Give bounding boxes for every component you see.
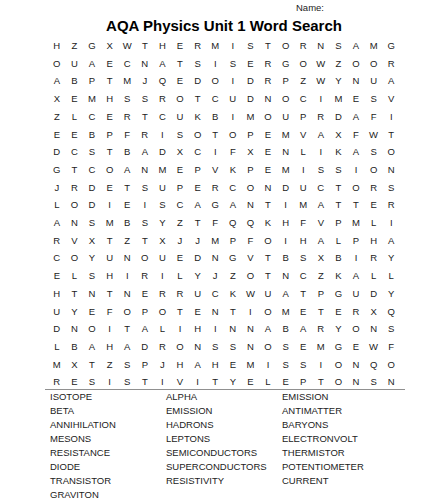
- grid-cell-r14c12: O: [242, 267, 260, 285]
- grid-cell-r2c5: C: [118, 55, 136, 73]
- grid-cell-r4c18: E: [347, 90, 365, 108]
- grid-cell-r1c10: M: [206, 37, 224, 55]
- grid-cell-r4c11: U: [224, 90, 242, 108]
- word-list-column-1: ISOTOPEBETAANNIHILATIONMESONSRESISTANCED…: [50, 390, 116, 500]
- grid-cell-r8c20: N: [382, 161, 400, 179]
- grid-cell-r2c13: R: [259, 55, 277, 73]
- grid-cell-r19c16: I: [312, 356, 330, 374]
- grid-cell-r18c9: N: [189, 338, 207, 356]
- grid-cell-r14c13: T: [259, 267, 277, 285]
- grid-cell-r13c2: O: [66, 249, 84, 267]
- grid-cell-r19c9: A: [189, 356, 207, 374]
- word-list-column-3: EMISSIONANTIMATTERBARYONSELECTRONVOLTTHE…: [282, 390, 364, 488]
- grid-cell-r10c4: I: [101, 196, 119, 214]
- grid-cell-r9c14: D: [277, 179, 295, 197]
- grid-cell-r17c2: N: [66, 320, 84, 338]
- grid-cell-r4c19: S: [365, 90, 383, 108]
- grid-cell-r1c5: W: [118, 37, 136, 55]
- grid-cell-r11c17: P: [330, 214, 348, 232]
- grid-cell-r3c11: I: [224, 72, 242, 90]
- name-label: Name:: [296, 2, 324, 13]
- word-list-item: ANTIMATTER: [282, 404, 364, 418]
- grid-cell-r8c14: M: [277, 161, 295, 179]
- grid-cell-r13c14: B: [277, 249, 295, 267]
- grid-cell-r19c11: E: [224, 356, 242, 374]
- grid-cell-r5c15: P: [294, 108, 312, 126]
- grid-cell-r15c10: C: [206, 285, 224, 303]
- grid-cell-r7c16: I: [312, 143, 330, 161]
- grid-cell-r7c15: L: [294, 143, 312, 161]
- grid-cell-r15c16: P: [312, 285, 330, 303]
- grid-cell-r14c3: S: [83, 267, 101, 285]
- grid-cell-r10c18: T: [347, 196, 365, 214]
- grid-cell-r3c20: A: [382, 72, 400, 90]
- grid-cell-r9c11: C: [224, 179, 242, 197]
- grid-cell-r4c1: X: [48, 90, 66, 108]
- grid-cell-r11c7: Y: [154, 214, 172, 232]
- grid-cell-r8c15: I: [294, 161, 312, 179]
- grid-cell-r12c20: A: [382, 232, 400, 250]
- grid-cell-r2c10: I: [206, 55, 224, 73]
- word-list-item: LEPTONS: [166, 432, 267, 446]
- grid-cell-r4c4: H: [101, 90, 119, 108]
- grid-cell-r16c1: U: [48, 303, 66, 321]
- grid-cell-r4c16: I: [312, 90, 330, 108]
- grid-cell-r14c15: C: [294, 267, 312, 285]
- grid-cell-r4c8: O: [171, 90, 189, 108]
- grid-cell-r17c10: I: [206, 320, 224, 338]
- grid-cell-r5c9: K: [189, 108, 207, 126]
- grid-cell-r8c11: K: [224, 161, 242, 179]
- grid-cell-r4c6: S: [136, 90, 154, 108]
- grid-cell-r15c8: R: [171, 285, 189, 303]
- grid-cell-r4c12: D: [242, 90, 260, 108]
- grid-cell-r2c19: O: [365, 55, 383, 73]
- grid-cell-r3c18: N: [347, 72, 365, 90]
- grid-cell-r3c16: W: [312, 72, 330, 90]
- grid-cell-r6c8: S: [171, 126, 189, 144]
- word-search-worksheet: Name: AQA Physics Unit 1 Word Search HZG…: [0, 0, 448, 500]
- grid-cell-r6c6: R: [136, 126, 154, 144]
- grid-cell-r13c10: N: [206, 249, 224, 267]
- grid-cell-r11c4: M: [101, 214, 119, 232]
- grid-cell-r12c4: T: [101, 232, 119, 250]
- grid-cell-r17c20: S: [382, 320, 400, 338]
- grid-cell-r2c12: E: [242, 55, 260, 73]
- grid-cell-r8c3: C: [83, 161, 101, 179]
- grid-cell-r19c5: S: [118, 356, 136, 374]
- grid-cell-r11c14: H: [277, 214, 295, 232]
- grid-cell-r16c3: E: [83, 303, 101, 321]
- grid-cell-r17c12: N: [242, 320, 260, 338]
- grid-cell-r2c7: A: [154, 55, 172, 73]
- grid-cell-r6c4: P: [101, 126, 119, 144]
- grid-cell-r18c14: S: [277, 338, 295, 356]
- word-list-item: HADRONS: [166, 418, 267, 432]
- grid-cell-r8c7: M: [154, 161, 172, 179]
- grid-cell-r10c10: G: [206, 196, 224, 214]
- grid-cell-r7c9: C: [189, 143, 207, 161]
- grid-cell-r5c16: R: [312, 108, 330, 126]
- grid-cell-r6c2: E: [66, 126, 84, 144]
- grid-cell-r7c19: S: [365, 143, 383, 161]
- grid-cell-r13c4: U: [101, 249, 119, 267]
- grid-cell-r15c18: U: [347, 285, 365, 303]
- grid-cell-r12c13: O: [259, 232, 277, 250]
- grid-cell-r9c5: T: [118, 179, 136, 197]
- grid-cell-r17c14: B: [277, 320, 295, 338]
- grid-cell-r9c3: D: [83, 179, 101, 197]
- grid-cell-r12c16: A: [312, 232, 330, 250]
- grid-cell-r4c14: O: [277, 90, 295, 108]
- grid-cell-r4c5: S: [118, 90, 136, 108]
- grid-cell-r19c17: O: [330, 356, 348, 374]
- grid-cell-r13c3: Y: [83, 249, 101, 267]
- grid-cell-r2c3: A: [83, 55, 101, 73]
- grid-cell-r18c7: R: [154, 338, 172, 356]
- grid-cell-r13c12: V: [242, 249, 260, 267]
- grid-cell-r9c17: T: [330, 179, 348, 197]
- grid-cell-r16c10: N: [206, 303, 224, 321]
- grid-cell-r19c12: M: [242, 356, 260, 374]
- grid-cell-r14c18: A: [347, 267, 365, 285]
- grid-cell-r5c17: D: [330, 108, 348, 126]
- grid-cell-r16c15: E: [294, 303, 312, 321]
- grid-cell-r13c15: S: [294, 249, 312, 267]
- grid-cell-r8c2: T: [66, 161, 84, 179]
- grid-cell-r8c6: N: [136, 161, 154, 179]
- grid-cell-r18c16: M: [312, 338, 330, 356]
- grid-cell-r13c20: Y: [382, 249, 400, 267]
- grid-cell-r3c14: P: [277, 72, 295, 90]
- grid-cell-r4c3: M: [83, 90, 101, 108]
- grid-cell-r11c15: F: [294, 214, 312, 232]
- grid-cell-r6c16: A: [312, 126, 330, 144]
- grid-cell-r11c16: V: [312, 214, 330, 232]
- grid-cell-r1c1: H: [48, 37, 66, 55]
- grid-cell-r13c19: R: [365, 249, 383, 267]
- grid-cell-r19c3: T: [83, 356, 101, 374]
- grid-cell-r16c16: T: [312, 303, 330, 321]
- grid-cell-r7c7: D: [154, 143, 172, 161]
- grid-cell-r3c7: Q: [154, 72, 172, 90]
- grid-cell-r5c4: E: [101, 108, 119, 126]
- grid-cell-r14c7: I: [154, 267, 172, 285]
- grid-cell-r8c1: G: [48, 161, 66, 179]
- grid-cell-r3c10: O: [206, 72, 224, 90]
- word-list-item: SUPERCONDUCTORS: [166, 460, 267, 474]
- grid-cell-r9c10: R: [206, 179, 224, 197]
- grid-cell-r7c12: X: [242, 143, 260, 161]
- grid-cell-r18c5: A: [118, 338, 136, 356]
- grid-cell-r2c6: N: [136, 55, 154, 73]
- grid-cell-r13c7: U: [154, 249, 172, 267]
- grid-cell-r5c7: C: [154, 108, 172, 126]
- grid-cell-r10c12: N: [242, 196, 260, 214]
- grid-cell-r19c15: S: [294, 356, 312, 374]
- grid-cell-r19c8: H: [171, 356, 189, 374]
- grid-cell-r10c14: I: [277, 196, 295, 214]
- grid-cell-r2c2: U: [66, 55, 84, 73]
- grid-cell-r10c13: T: [259, 196, 277, 214]
- grid-cell-r1c6: T: [136, 37, 154, 55]
- grid-cell-r4c10: C: [206, 90, 224, 108]
- grid-cell-r5c5: R: [118, 108, 136, 126]
- word-list-item: RESISTANCE: [50, 446, 116, 460]
- grid-cell-r13c16: X: [312, 249, 330, 267]
- grid-cell-r15c20: Y: [382, 285, 400, 303]
- grid-cell-r1c7: H: [154, 37, 172, 55]
- grid-cell-r12c1: R: [48, 232, 66, 250]
- word-list-item: POTENTIOMETER: [282, 460, 364, 474]
- grid-cell-r3c12: D: [242, 72, 260, 90]
- grid-cell-r19c4: Z: [101, 356, 119, 374]
- grid-cell-r15c11: K: [224, 285, 242, 303]
- grid-cell-r17c15: A: [294, 320, 312, 338]
- grid-cell-r14c8: L: [171, 267, 189, 285]
- grid-cell-r16c19: X: [365, 303, 383, 321]
- grid-cell-r12c10: M: [206, 232, 224, 250]
- grid-cell-r9c2: R: [66, 179, 84, 197]
- grid-cell-r4c2: E: [66, 90, 84, 108]
- grid-cell-r12c11: P: [224, 232, 242, 250]
- grid-cell-r17c18: O: [347, 320, 365, 338]
- grid-cell-r9c15: U: [294, 179, 312, 197]
- grid-cell-r15c19: D: [365, 285, 383, 303]
- grid-cell-r18c3: A: [83, 338, 101, 356]
- grid-cell-r6c18: F: [347, 126, 365, 144]
- grid-cell-r15c13: U: [259, 285, 277, 303]
- grid-cell-r15c4: T: [101, 285, 119, 303]
- grid-cell-r1c2: Z: [66, 37, 84, 55]
- grid-cell-r2c11: S: [224, 55, 242, 73]
- grid-cell-r3c1: A: [48, 72, 66, 90]
- grid-cell-r2c14: G: [277, 55, 295, 73]
- grid-cell-r9c13: N: [259, 179, 277, 197]
- grid-cell-r6c14: M: [277, 126, 295, 144]
- grid-cell-r1c12: S: [242, 37, 260, 55]
- grid-cell-r8c8: E: [171, 161, 189, 179]
- grid-cell-r8c18: I: [347, 161, 365, 179]
- grid-cell-r9c18: O: [347, 179, 365, 197]
- grid-cell-r16c17: E: [330, 303, 348, 321]
- grid-cell-r6c19: W: [365, 126, 383, 144]
- grid-cell-r14c2: L: [66, 267, 84, 285]
- grid-cell-r12c3: X: [83, 232, 101, 250]
- grid-cell-r7c1: D: [48, 143, 66, 161]
- word-search-grid: HZGXWTHERMISTORNSAMGOUAECNATSISERGOWZOOR…: [48, 37, 400, 391]
- word-list-item: ANNIHILATION: [50, 418, 116, 432]
- grid-cell-r17c4: I: [101, 320, 119, 338]
- grid-cell-r14c20: L: [382, 267, 400, 285]
- word-list-item: CURRENT: [282, 474, 364, 488]
- grid-cell-r12c19: H: [365, 232, 383, 250]
- grid-cell-r13c6: O: [136, 249, 154, 267]
- grid-cell-r14c10: J: [206, 267, 224, 285]
- grid-cell-r19c20: O: [382, 356, 400, 374]
- grid-cell-r15c15: T: [294, 285, 312, 303]
- grid-cell-r19c7: J: [154, 356, 172, 374]
- grid-cell-r10c8: C: [171, 196, 189, 214]
- grid-cell-r8c4: O: [101, 161, 119, 179]
- grid-cell-r12c9: J: [189, 232, 207, 250]
- grid-cell-r17c8: I: [171, 320, 189, 338]
- grid-cell-r15c17: G: [330, 285, 348, 303]
- grid-cell-r12c17: L: [330, 232, 348, 250]
- grid-cell-r9c19: R: [365, 179, 383, 197]
- grid-cell-r11c10: F: [206, 214, 224, 232]
- grid-cell-r16c18: R: [347, 303, 365, 321]
- grid-cell-r15c7: R: [154, 285, 172, 303]
- grid-cell-r10c11: A: [224, 196, 242, 214]
- grid-cell-r3c19: U: [365, 72, 383, 90]
- grid-cell-r5c3: C: [83, 108, 101, 126]
- grid-cell-r17c3: O: [83, 320, 101, 338]
- grid-cell-r11c2: N: [66, 214, 84, 232]
- grid-cell-r11c13: K: [259, 214, 277, 232]
- grid-cell-r1c14: O: [277, 37, 295, 55]
- word-list-item: EMISSION: [282, 390, 364, 404]
- grid-cell-r7c18: A: [347, 143, 365, 161]
- grid-cell-r13c9: D: [189, 249, 207, 267]
- grid-cell-r8c17: S: [330, 161, 348, 179]
- grid-cell-r2c15: O: [294, 55, 312, 73]
- grid-cell-r12c6: T: [136, 232, 154, 250]
- grid-cell-r16c7: O: [154, 303, 172, 321]
- grid-cell-r11c20: I: [382, 214, 400, 232]
- grid-cell-r14c19: L: [365, 267, 383, 285]
- grid-cell-r18c17: G: [330, 338, 348, 356]
- grid-cell-r18c15: E: [294, 338, 312, 356]
- word-list-item: RESISTIVITY: [166, 474, 267, 488]
- grid-cell-r16c12: I: [242, 303, 260, 321]
- grid-cell-r13c17: B: [330, 249, 348, 267]
- grid-cell-r8c13: E: [259, 161, 277, 179]
- grid-cell-r17c9: H: [189, 320, 207, 338]
- grid-cell-r7c10: I: [206, 143, 224, 161]
- grid-cell-r18c13: O: [259, 338, 277, 356]
- grid-cell-r2c1: O: [48, 55, 66, 73]
- grid-cell-r19c13: I: [259, 356, 277, 374]
- grid-cell-r5c18: A: [347, 108, 365, 126]
- word-list-item: ALPHA: [166, 390, 267, 404]
- grid-cell-r10c15: M: [294, 196, 312, 214]
- grid-cell-r9c12: O: [242, 179, 260, 197]
- grid-cell-r11c9: T: [189, 214, 207, 232]
- grid-cell-r19c18: N: [347, 356, 365, 374]
- grid-cell-r16c9: E: [189, 303, 207, 321]
- word-list-item: ELECTRONVOLT: [282, 432, 364, 446]
- grid-cell-r4c9: T: [189, 90, 207, 108]
- grid-cell-r7c11: F: [224, 143, 242, 161]
- grid-cell-r5c10: B: [206, 108, 224, 126]
- word-list-item: BARYONS: [282, 418, 364, 432]
- grid-cell-r10c2: O: [66, 196, 84, 214]
- grid-cell-r19c14: S: [277, 356, 295, 374]
- grid-cell-r11c11: Q: [224, 214, 242, 232]
- grid-cell-r10c17: T: [330, 196, 348, 214]
- grid-cell-r9c4: E: [101, 179, 119, 197]
- grid-cell-r18c11: S: [224, 338, 242, 356]
- grid-cell-r6c1: E: [48, 126, 66, 144]
- grid-cell-r11c12: Q: [242, 214, 260, 232]
- word-list-item: SEMICONDUCTORS: [166, 446, 267, 460]
- grid-cell-r16c13: O: [259, 303, 277, 321]
- grid-cell-r10c3: D: [83, 196, 101, 214]
- grid-cell-r6c13: E: [259, 126, 277, 144]
- grid-cell-r19c6: P: [136, 356, 154, 374]
- grid-cell-r2c16: W: [312, 55, 330, 73]
- grid-cell-r14c9: Y: [189, 267, 207, 285]
- grid-cell-r12c7: X: [154, 232, 172, 250]
- grid-cell-r1c8: E: [171, 37, 189, 55]
- grid-cell-r10c19: E: [365, 196, 383, 214]
- grid-cell-r6c5: F: [118, 126, 136, 144]
- grid-cell-r16c2: Y: [66, 303, 84, 321]
- grid-cell-r19c19: Q: [365, 356, 383, 374]
- word-list-item: EMISSION: [166, 404, 267, 418]
- grid-cell-r6c17: X: [330, 126, 348, 144]
- grid-cell-r2c17: Z: [330, 55, 348, 73]
- grid-cell-r14c1: E: [48, 267, 66, 285]
- grid-cell-r9c1: J: [48, 179, 66, 197]
- grid-cell-r3c8: E: [171, 72, 189, 90]
- grid-cell-r16c8: T: [171, 303, 189, 321]
- grid-cell-r14c6: R: [136, 267, 154, 285]
- grid-cell-r15c2: T: [66, 285, 84, 303]
- grid-cell-r14c16: Z: [312, 267, 330, 285]
- grid-cell-r12c5: Z: [118, 232, 136, 250]
- grid-cell-r13c8: E: [171, 249, 189, 267]
- grid-cell-r8c5: A: [118, 161, 136, 179]
- grid-cell-r8c16: S: [312, 161, 330, 179]
- grid-cell-r18c12: N: [242, 338, 260, 356]
- grid-cell-r6c9: O: [189, 126, 207, 144]
- grid-cell-r11c3: S: [83, 214, 101, 232]
- grid-cell-r2c9: S: [189, 55, 207, 73]
- grid-cell-r8c19: O: [365, 161, 383, 179]
- grid-cell-r7c3: S: [83, 143, 101, 161]
- grid-cell-r7c8: X: [171, 143, 189, 161]
- word-list-item: THERMISTOR: [282, 446, 364, 460]
- grid-cell-r1c20: G: [382, 37, 400, 55]
- word-list-item: BETA: [50, 404, 116, 418]
- grid-cell-r8c10: V: [206, 161, 224, 179]
- grid-cell-r12c18: P: [347, 232, 365, 250]
- grid-cell-r3c17: Y: [330, 72, 348, 90]
- grid-cell-r17c1: D: [48, 320, 66, 338]
- grid-cell-r1c4: X: [101, 37, 119, 55]
- grid-cell-r13c5: N: [118, 249, 136, 267]
- grid-cell-r4c15: C: [294, 90, 312, 108]
- grid-cell-r10c7: S: [154, 196, 172, 214]
- grid-cell-r15c14: A: [277, 285, 295, 303]
- grid-cell-r15c3: N: [83, 285, 101, 303]
- grid-cell-r17c17: Y: [330, 320, 348, 338]
- grid-cell-r7c6: A: [136, 143, 154, 161]
- grid-cell-r15c1: H: [48, 285, 66, 303]
- word-list-item: ISOTOPE: [50, 390, 116, 404]
- grid-cell-r9c8: P: [171, 179, 189, 197]
- grid-cell-r12c8: J: [171, 232, 189, 250]
- grid-cell-r16c11: T: [224, 303, 242, 321]
- grid-cell-r18c8: O: [171, 338, 189, 356]
- grid-cell-r3c15: Z: [294, 72, 312, 90]
- grid-cell-r1c19: M: [365, 37, 383, 55]
- grid-cell-r10c6: I: [136, 196, 154, 214]
- grid-cell-r17c16: R: [312, 320, 330, 338]
- grid-cell-r17c7: L: [154, 320, 172, 338]
